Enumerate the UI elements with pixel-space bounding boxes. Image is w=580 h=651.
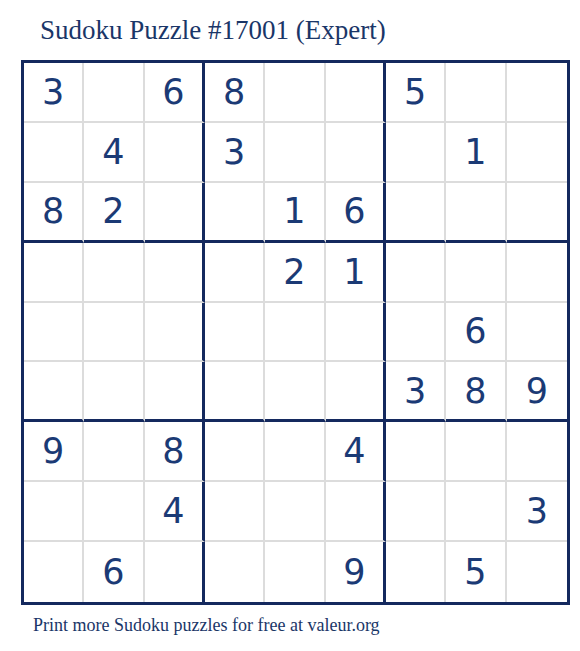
sudoku-cell-r5c9 <box>507 303 567 363</box>
sudoku-cell-r7c4 <box>205 422 265 482</box>
footer-text: Print more Sudoku puzzles for free at va… <box>33 615 380 636</box>
sudoku-cell-r4c5: 2 <box>265 243 325 303</box>
sudoku-cell-r5c7 <box>386 303 446 363</box>
sudoku-cell-r8c4 <box>205 482 265 542</box>
sudoku-cell-r9c5 <box>265 542 325 602</box>
sudoku-cell-r6c7: 3 <box>386 362 446 422</box>
sudoku-cell-r7c3: 8 <box>145 422 205 482</box>
sudoku-cell-r9c2: 6 <box>84 542 144 602</box>
sudoku-cell-r9c8: 5 <box>446 542 506 602</box>
sudoku-cell-r7c9 <box>507 422 567 482</box>
sudoku-grid: 3685431821621638998443695 <box>21 60 570 605</box>
sudoku-cell-r2c5 <box>265 123 325 183</box>
sudoku-cell-r9c6: 9 <box>326 542 386 602</box>
sudoku-cell-r8c2 <box>84 482 144 542</box>
sudoku-cell-r4c6: 1 <box>326 243 386 303</box>
sudoku-cell-r1c8 <box>446 63 506 123</box>
sudoku-cell-r7c6: 4 <box>326 422 386 482</box>
sudoku-cell-r2c6 <box>326 123 386 183</box>
sudoku-cell-r2c7 <box>386 123 446 183</box>
sudoku-cell-r6c2 <box>84 362 144 422</box>
sudoku-cell-r4c8 <box>446 243 506 303</box>
sudoku-cell-r3c9 <box>507 183 567 243</box>
sudoku-cell-r9c9 <box>507 542 567 602</box>
sudoku-cell-r9c3 <box>145 542 205 602</box>
sudoku-cell-r6c8: 8 <box>446 362 506 422</box>
page-title: Sudoku Puzzle #17001 (Expert) <box>40 14 386 46</box>
sudoku-cell-r3c3 <box>145 183 205 243</box>
sudoku-cell-r8c1 <box>24 482 84 542</box>
sudoku-cell-r8c5 <box>265 482 325 542</box>
sudoku-cell-r8c3: 4 <box>145 482 205 542</box>
sudoku-cell-r9c1 <box>24 542 84 602</box>
sudoku-cell-r7c5 <box>265 422 325 482</box>
sudoku-cell-r7c7 <box>386 422 446 482</box>
sudoku-cell-r9c4 <box>205 542 265 602</box>
sudoku-cell-r5c6 <box>326 303 386 363</box>
sudoku-cell-r3c1: 8 <box>24 183 84 243</box>
sudoku-cell-r3c6: 6 <box>326 183 386 243</box>
sudoku-cell-r8c9: 3 <box>507 482 567 542</box>
sudoku-cell-r5c5 <box>265 303 325 363</box>
sudoku-cell-r2c3 <box>145 123 205 183</box>
sudoku-cell-r2c2: 4 <box>84 123 144 183</box>
sudoku-cell-r1c2 <box>84 63 144 123</box>
sudoku-cell-r6c4 <box>205 362 265 422</box>
sudoku-cell-r4c1 <box>24 243 84 303</box>
sudoku-cell-r1c6 <box>326 63 386 123</box>
sudoku-cell-r6c5 <box>265 362 325 422</box>
sudoku-cell-r7c8 <box>446 422 506 482</box>
sudoku-cell-r5c8: 6 <box>446 303 506 363</box>
sudoku-cell-r7c2 <box>84 422 144 482</box>
sudoku-cell-r5c2 <box>84 303 144 363</box>
sudoku-cell-r1c3: 6 <box>145 63 205 123</box>
sudoku-cell-r7c1: 9 <box>24 422 84 482</box>
sudoku-cell-r8c6 <box>326 482 386 542</box>
sudoku-cell-r6c1 <box>24 362 84 422</box>
sudoku-cell-r2c1 <box>24 123 84 183</box>
sudoku-cell-r1c7: 5 <box>386 63 446 123</box>
sudoku-cell-r3c8 <box>446 183 506 243</box>
sudoku-cell-r5c1 <box>24 303 84 363</box>
sudoku-cell-r6c6 <box>326 362 386 422</box>
sudoku-cell-r1c4: 8 <box>205 63 265 123</box>
sudoku-cell-r1c1: 3 <box>24 63 84 123</box>
sudoku-cell-r1c5 <box>265 63 325 123</box>
sudoku-cell-r4c3 <box>145 243 205 303</box>
sudoku-cell-r8c8 <box>446 482 506 542</box>
sudoku-cell-r4c2 <box>84 243 144 303</box>
sudoku-cell-r3c2: 2 <box>84 183 144 243</box>
sudoku-cell-r3c5: 1 <box>265 183 325 243</box>
sudoku-cell-r6c9: 9 <box>507 362 567 422</box>
sudoku-cell-r2c4: 3 <box>205 123 265 183</box>
sudoku-cell-r4c4 <box>205 243 265 303</box>
sudoku-cell-r5c3 <box>145 303 205 363</box>
sudoku-cell-r4c7 <box>386 243 446 303</box>
sudoku-cell-r8c7 <box>386 482 446 542</box>
sudoku-cell-r3c7 <box>386 183 446 243</box>
sudoku-cell-r3c4 <box>205 183 265 243</box>
sudoku-cell-r4c9 <box>507 243 567 303</box>
sudoku-cell-r2c8: 1 <box>446 123 506 183</box>
sudoku-cell-r6c3 <box>145 362 205 422</box>
sudoku-cell-r1c9 <box>507 63 567 123</box>
sudoku-cell-r5c4 <box>205 303 265 363</box>
sudoku-cell-r2c9 <box>507 123 567 183</box>
sudoku-cell-r9c7 <box>386 542 446 602</box>
